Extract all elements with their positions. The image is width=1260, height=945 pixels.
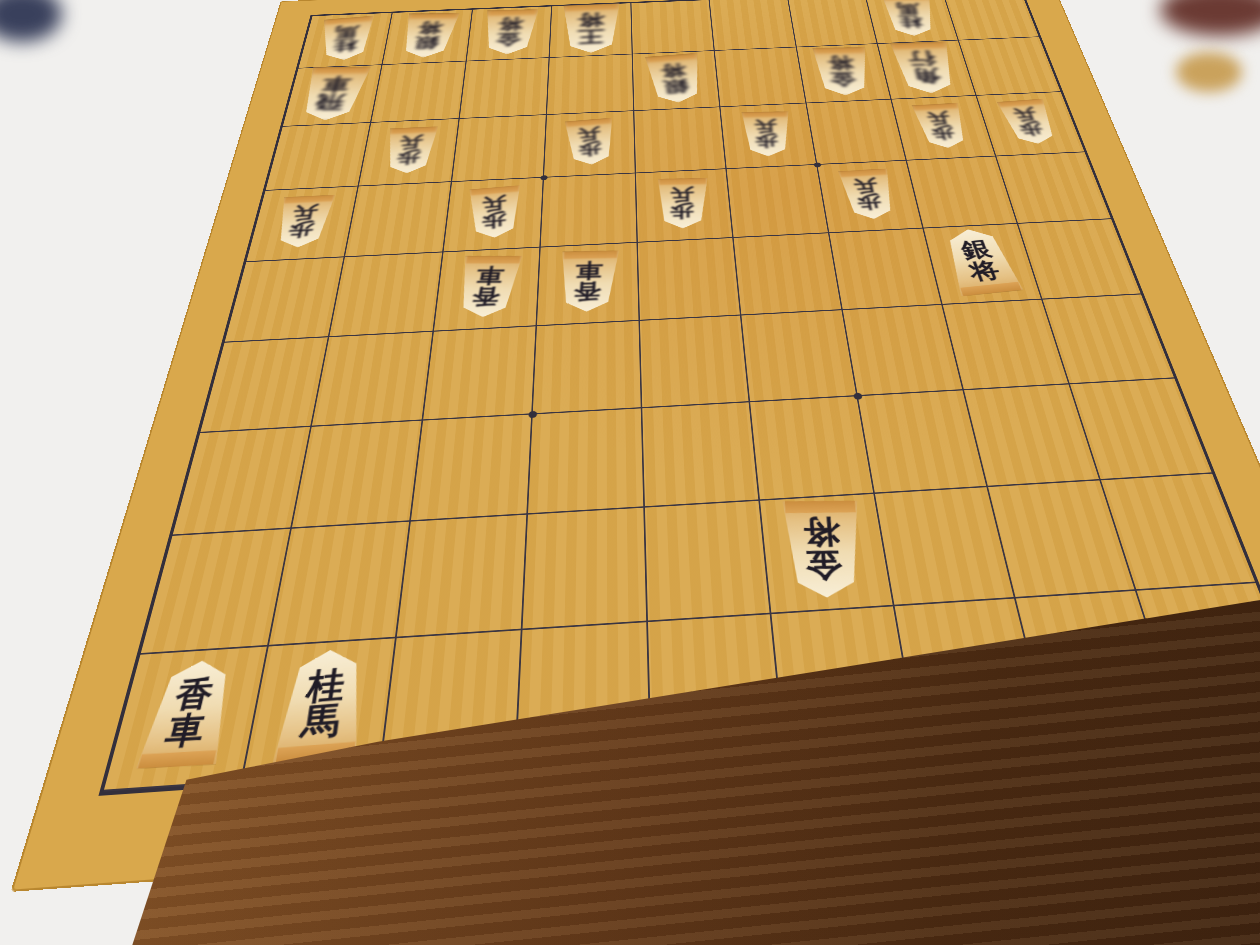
piece-side-face (275, 741, 355, 762)
piece-kanji-label: 歩兵 (853, 177, 883, 211)
piece-side-face (139, 750, 217, 769)
piece-kanji-label: 角行 (908, 50, 943, 85)
piece-gote-silver[interactable]: 銀将 (644, 53, 706, 105)
piece-side-face (743, 111, 788, 117)
cell-9-6[interactable] (200, 337, 329, 433)
piece-kanji-label: 銀将 (959, 238, 1002, 283)
cell-3-5[interactable] (829, 229, 943, 310)
cell-3-4[interactable]: 歩兵 (817, 161, 924, 234)
cell-6-5[interactable]: 香車 (537, 243, 640, 326)
cell-4-1[interactable] (710, 0, 797, 51)
piece-gote-knight[interactable]: 桂馬 (318, 16, 375, 63)
piece-gote-gold[interactable]: 金将 (480, 9, 539, 55)
piece-gote-king[interactable]: 王将 (561, 3, 621, 54)
cell-8-7[interactable] (292, 421, 423, 529)
cell-7-6[interactable] (423, 326, 537, 421)
piece-gote-pawn[interactable]: 歩兵 (996, 98, 1062, 145)
piece-sente-knight[interactable]: 桂馬 (272, 647, 371, 763)
cell-6-2[interactable] (547, 54, 634, 114)
cell-5-2[interactable]: 銀将 (633, 51, 721, 111)
cell-5-6[interactable] (640, 315, 751, 408)
piece-kanji-label: 香車 (163, 676, 216, 750)
cell-8-3[interactable]: 歩兵 (359, 119, 460, 187)
cell-7-4[interactable]: 歩兵 (443, 178, 544, 253)
cell-7-7[interactable] (411, 414, 533, 521)
cell-7-9[interactable] (380, 630, 523, 773)
shogi-board: 桂馬銀将金将王将桂馬飛車銀将金将角行歩兵歩兵歩兵歩兵歩兵歩兵歩兵歩兵歩兵香車香車… (11, 0, 1260, 892)
cell-9-4[interactable]: 歩兵 (246, 186, 359, 262)
cell-9-7[interactable] (172, 427, 312, 536)
piece-gote-lance[interactable]: 香車 (453, 256, 523, 317)
photo-scene: 桂馬銀将金将王将桂馬飛車銀将金将角行歩兵歩兵歩兵歩兵歩兵歩兵歩兵歩兵歩兵香車香車… (0, 0, 1260, 945)
piece-gote-lance[interactable]: 香車 (556, 251, 619, 313)
piece-kanji-label: 歩兵 (578, 126, 602, 158)
piece-gote-pawn[interactable]: 歩兵 (656, 178, 709, 229)
piece-side-face (488, 9, 537, 16)
piece-side-face (313, 67, 370, 74)
piece-side-face (785, 501, 856, 514)
cell-9-1[interactable]: 桂馬 (298, 13, 393, 69)
cell-6-4[interactable] (541, 173, 638, 247)
piece-kanji-label: 歩兵 (483, 194, 506, 230)
cell-3-1[interactable] (788, 0, 878, 47)
cell-7-3[interactable] (452, 115, 547, 182)
piece-gote-pawn[interactable]: 歩兵 (468, 185, 522, 240)
cell-6-3[interactable]: 歩兵 (544, 111, 636, 178)
cell-3-3[interactable] (806, 99, 907, 164)
piece-sente-lance[interactable]: 香車 (135, 659, 241, 769)
cell-9-3[interactable] (265, 123, 371, 191)
piece-kanji-label: 香車 (471, 266, 505, 308)
cell-5-3[interactable] (634, 107, 727, 173)
piece-gote-silver[interactable]: 銀将 (396, 13, 460, 58)
piece-gote-pawn[interactable]: 歩兵 (838, 169, 900, 221)
background-blur-piece (1176, 52, 1242, 92)
piece-side-face (409, 13, 458, 19)
piece-kanji-label: 香車 (574, 260, 603, 302)
piece-kanji-label: 金将 (496, 16, 524, 47)
cell-4-6[interactable] (742, 310, 858, 402)
cell-4-9[interactable] (772, 606, 917, 744)
piece-gote-gold[interactable]: 金将 (812, 47, 874, 96)
cell-7-8[interactable] (397, 515, 529, 638)
cell-8-4[interactable] (345, 182, 452, 257)
piece-side-face (466, 256, 521, 264)
piece-side-face (659, 178, 706, 185)
cell-7-2[interactable] (460, 58, 550, 119)
cell-7-5[interactable]: 香車 (434, 248, 541, 332)
piece-kanji-label: 王将 (578, 12, 604, 46)
cell-4-5[interactable] (734, 233, 843, 315)
cell-9-8[interactable] (140, 529, 292, 654)
cell-5-1[interactable] (631, 0, 715, 54)
cell-4-4[interactable] (727, 165, 829, 238)
cell-1-3[interactable]: 歩兵 (976, 92, 1084, 157)
cell-6-9[interactable] (516, 622, 651, 763)
cell-8-8[interactable] (269, 522, 411, 646)
cell-5-8[interactable] (645, 501, 772, 622)
piece-gote-pawn[interactable]: 歩兵 (741, 111, 793, 157)
piece-gote-pawn[interactable]: 歩兵 (381, 126, 438, 174)
cell-6-1[interactable]: 王将 (550, 3, 633, 58)
cell-1-1[interactable] (943, 0, 1039, 41)
piece-kanji-label: 歩兵 (671, 186, 694, 220)
cell-6-7[interactable] (528, 408, 645, 515)
piece-kanji-label: 桂馬 (334, 24, 360, 54)
piece-kanji-label: 歩兵 (288, 204, 319, 240)
piece-kanji-label: 銀将 (413, 20, 444, 50)
cell-1-2[interactable] (959, 37, 1061, 95)
piece-sente-silver[interactable]: 銀将 (938, 226, 1024, 296)
cell-6-6[interactable] (533, 321, 642, 415)
piece-kanji-label: 歩兵 (397, 134, 424, 166)
cell-8-9[interactable]: 桂馬 (243, 638, 397, 782)
piece-gote-pawn[interactable]: 歩兵 (564, 118, 617, 167)
cell-9-2[interactable]: 飛車 (283, 65, 383, 127)
piece-gote-knight[interactable]: 桂馬 (881, 0, 939, 36)
piece-side-face (563, 251, 617, 260)
cell-5-5[interactable] (638, 238, 742, 321)
piece-side-face (960, 282, 1021, 297)
cell-8-5[interactable] (330, 253, 444, 337)
piece-gote-bishop[interactable]: 角行 (890, 41, 962, 94)
board-grid: 桂馬銀将金将王将桂馬飛車銀将金将角行歩兵歩兵歩兵歩兵歩兵歩兵歩兵歩兵歩兵香車香車… (98, 0, 1260, 796)
cell-9-5[interactable] (225, 257, 346, 342)
piece-kanji-label: 歩兵 (755, 118, 779, 149)
piece-kanji-label: 金将 (828, 55, 857, 88)
piece-gote-rook[interactable]: 飛車 (294, 67, 372, 121)
piece-kanji-label: 桂馬 (299, 666, 345, 742)
cell-8-1[interactable]: 銀将 (383, 10, 473, 65)
cell-8-6[interactable] (312, 332, 434, 427)
piece-gote-gold[interactable]: 金将 (782, 501, 868, 599)
cell-6-8[interactable] (523, 508, 648, 630)
cell-3-2[interactable]: 金将 (797, 44, 892, 103)
piece-kanji-label: 銀将 (661, 62, 690, 96)
piece-kanji-label: 金将 (804, 516, 844, 582)
piece-kanji-label: 桂馬 (897, 2, 924, 30)
cell-5-7[interactable] (642, 402, 760, 508)
piece-kanji-label: 歩兵 (1012, 106, 1045, 137)
piece-kanji-label: 飛車 (314, 75, 352, 111)
cell-2-1[interactable]: 桂馬 (865, 0, 958, 44)
piece-side-face (814, 47, 865, 54)
cell-4-3[interactable]: 歩兵 (721, 103, 818, 169)
cell-5-4[interactable]: 歩兵 (636, 169, 734, 243)
cell-4-7[interactable] (750, 396, 874, 501)
piece-gote-pawn[interactable]: 歩兵 (271, 195, 336, 249)
cell-4-2[interactable] (715, 47, 806, 107)
piece-kanji-label: 歩兵 (927, 110, 957, 141)
cell-7-1[interactable]: 金将 (467, 6, 553, 61)
cell-4-8[interactable]: 金将 (760, 494, 894, 614)
piece-gote-pawn[interactable]: 歩兵 (911, 103, 972, 150)
cell-5-9[interactable] (648, 614, 785, 754)
cell-8-2[interactable] (371, 62, 466, 123)
